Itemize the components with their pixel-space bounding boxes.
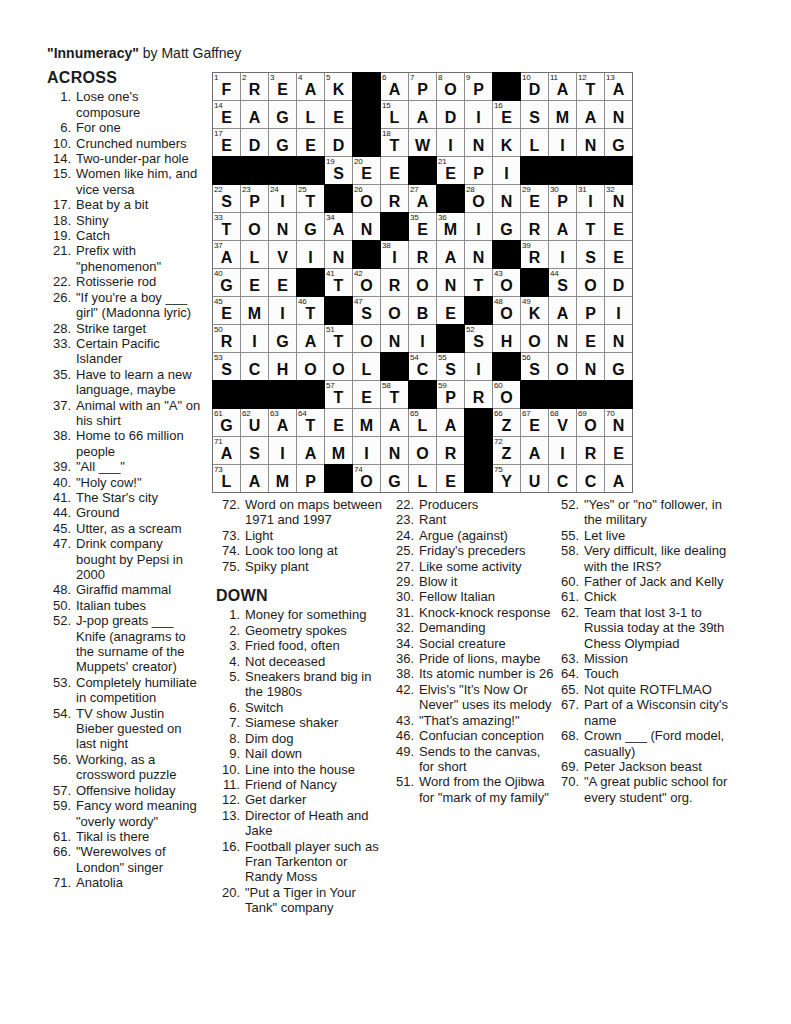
cell-letter: T: [577, 219, 604, 240]
clue-text: Confucian conception: [419, 728, 558, 743]
clue-item: 45.Utter, as a scream: [47, 521, 205, 536]
clue-text: Director of Heath and Jake: [245, 808, 388, 839]
grid-cell: U: [521, 465, 548, 492]
grid-cell: 58T: [381, 381, 408, 408]
clue-item: 28.Strike target: [47, 321, 205, 336]
grid-cell: A: [437, 241, 464, 268]
clue-item: 16.Football player such as Fran Tarkento…: [216, 839, 388, 885]
clue-text: "A great public school for every student…: [584, 774, 735, 805]
cell-letter: A: [577, 107, 604, 128]
cell-letter: O: [409, 443, 436, 464]
clue-item: 64.Touch: [555, 666, 735, 681]
clue-item: 57.Offensive holiday: [47, 783, 205, 798]
cell-letter: G: [297, 219, 324, 240]
clue-number: 34.: [390, 636, 419, 651]
clue-text: Giraffid mammal: [76, 582, 205, 597]
clue-text: Home to 66 million people: [76, 428, 205, 459]
grid-cell: 66Z: [493, 409, 520, 436]
clue-text: Not deceased: [245, 654, 388, 669]
clue-item: 25.Friday's preceders: [390, 543, 558, 558]
clue-text: "If you're a boy ___ girl" (Madonna lyri…: [76, 290, 205, 321]
clue-number: 67.: [555, 697, 584, 712]
cell-letter: V: [549, 415, 576, 436]
clue-item: 59.Fancy word meaning "overly wordy": [47, 798, 205, 829]
cell-letter: N: [269, 219, 296, 240]
clue-item: 60.Father of Jack and Kelly: [555, 574, 735, 589]
grid-cell: C: [241, 353, 268, 380]
grid-cell: I: [465, 213, 492, 240]
grid-cell: 3E: [269, 73, 296, 100]
grid-cell: 7P: [409, 73, 436, 100]
grid-cell: I: [353, 437, 380, 464]
grid-cell: A: [241, 465, 268, 492]
cell-letter: R: [381, 275, 408, 296]
clue-item: 9.Nail down: [216, 746, 388, 761]
grid-cell: G: [605, 353, 632, 380]
cell-letter: L: [353, 359, 380, 380]
grid-cell-black: [437, 325, 464, 352]
cell-letter: O: [297, 359, 324, 380]
clue-number: 38.: [390, 666, 419, 681]
cell-letter: S: [521, 107, 548, 128]
cell-letter: M: [437, 219, 464, 240]
clue-text: Prefix with "phenomenon": [76, 243, 205, 274]
clue-number: 4.: [216, 654, 245, 669]
grid-cell: L: [297, 101, 324, 128]
grid-cell-black: [381, 213, 408, 240]
clue-number: 14.: [47, 151, 76, 166]
clue-text: Line into the house: [245, 762, 388, 777]
cell-letter: P: [577, 303, 604, 324]
grid-cell-black: [465, 409, 492, 436]
clue-item: 5.Sneakers brand big in the 1980s: [216, 669, 388, 700]
grid-cell: N: [381, 437, 408, 464]
grid-cell-black: [353, 101, 380, 128]
grid-cell: 26O: [353, 185, 380, 212]
cell-letter: O: [465, 191, 492, 212]
grid-cell: 42O: [353, 269, 380, 296]
grid-cell: P: [465, 157, 492, 184]
cell-letter: G: [493, 219, 520, 240]
clue-number: 17.: [47, 197, 76, 212]
grid-cell: E: [353, 381, 380, 408]
clue-text: Certain Pacific Islander: [76, 336, 205, 367]
cell-letter: U: [521, 471, 548, 492]
cell-letter: E: [521, 191, 548, 212]
cell-letter: A: [605, 79, 632, 100]
grid-cell: 24I: [269, 185, 296, 212]
cell-letter: S: [465, 331, 492, 352]
clue-item: 6.For one: [47, 120, 205, 135]
grid-cell: I: [297, 241, 324, 268]
grid-cell: 14E: [213, 101, 240, 128]
grid-cell: I: [465, 101, 492, 128]
clue-text: Producers: [419, 497, 558, 512]
clue-number: 28.: [47, 321, 76, 336]
cell-letter: R: [381, 191, 408, 212]
clue-item: 58.Very difficult, like dealing with the…: [555, 543, 735, 574]
clue-text: Like some activity: [419, 559, 558, 574]
cell-letter: C: [577, 471, 604, 492]
grid-cell: 63A: [269, 409, 296, 436]
cell-letter: C: [241, 359, 268, 380]
clue-number: 13.: [216, 808, 245, 823]
cell-letter: D: [437, 107, 464, 128]
grid-cell-black: [213, 381, 240, 408]
grid-cell: 59P: [437, 381, 464, 408]
cell-letter: A: [605, 471, 632, 492]
clue-number: 75.: [216, 559, 245, 574]
grid-cell: I: [493, 157, 520, 184]
clue-text: Social creature: [419, 636, 558, 651]
grid-cell: A: [241, 101, 268, 128]
clue-item: 51.Word from the Ojibwa for "mark of my …: [390, 774, 558, 805]
clue-item: 11.Friend of Nancy: [216, 777, 388, 792]
grid-cell: S: [241, 437, 268, 464]
cell-letter: T: [325, 275, 352, 296]
clue-text: Father of Jack and Kelly: [584, 574, 735, 589]
clue-text: "All ___": [76, 459, 205, 474]
cell-letter: R: [521, 247, 548, 268]
cell-letter: M: [353, 415, 380, 436]
cell-letter: D: [241, 135, 268, 156]
clue-item: 3.Fried food, often: [216, 638, 388, 653]
cell-letter: R: [409, 247, 436, 268]
cell-letter: I: [605, 303, 632, 324]
clue-number: 44.: [47, 505, 76, 520]
grid-cell-black: [353, 73, 380, 100]
cell-letter: E: [493, 107, 520, 128]
clue-text: Geometry spokes: [245, 623, 388, 638]
grid-cell: 17E: [213, 129, 240, 156]
clue-number: 48.: [47, 582, 76, 597]
clue-text: Sneakers brand big in the 1980s: [245, 669, 388, 700]
grid-cell: I: [269, 297, 296, 324]
crossword-grid: 1F2R3E4A5K6A7P8O9P10D11A12T13A14EAGLE15L…: [212, 72, 633, 493]
cell-letter: L: [409, 415, 436, 436]
grid-cell: E: [269, 269, 296, 296]
grid-cell: 10D: [521, 73, 548, 100]
clue-number: 36.: [390, 651, 419, 666]
clue-text: TV show Justin Bieber guested on last ni…: [76, 706, 205, 752]
cell-letter: G: [269, 107, 296, 128]
clue-item: 61.Tikal is there: [47, 829, 205, 844]
cell-letter: A: [381, 79, 408, 100]
cell-letter: O: [325, 359, 352, 380]
clue-item: 46.Confucian conception: [390, 728, 558, 743]
clue-text: Get darker: [245, 792, 388, 807]
grid-cell-black: [577, 157, 604, 184]
cell-letter: W: [409, 135, 436, 156]
cell-letter: I: [241, 331, 268, 352]
cell-letter: O: [353, 471, 380, 492]
clue-text: Rotisserie rod: [76, 274, 205, 289]
grid-cell: N: [269, 213, 296, 240]
cell-letter: N: [325, 247, 352, 268]
grid-cell: O: [325, 353, 352, 380]
grid-cell: I: [409, 325, 436, 352]
clue-number: 30.: [390, 589, 419, 604]
grid-cell: N: [577, 353, 604, 380]
grid-cell-black: [521, 157, 548, 184]
cell-letter: T: [465, 275, 492, 296]
cell-letter: Z: [493, 443, 520, 464]
cell-letter: O: [493, 303, 520, 324]
grid-cell: O: [521, 325, 548, 352]
cell-letter: E: [437, 163, 464, 184]
grid-cell: G: [493, 213, 520, 240]
grid-cell: 70N: [605, 409, 632, 436]
grid-cell: 20E: [353, 157, 380, 184]
clue-number: 35.: [47, 367, 76, 382]
clue-item: 66."Werewolves of London" singer: [47, 844, 205, 875]
clue-item: 22.Producers: [390, 497, 558, 512]
clue-item: 70."A great public school for every stud…: [555, 774, 735, 805]
cell-letter: N: [577, 359, 604, 380]
crossword-grid-area: 1F2R3E4A5K6A7P8O9P10D11A12T13A14EAGLE15L…: [212, 72, 633, 493]
grid-cell: 67E: [521, 409, 548, 436]
clue-item: 73.Light: [216, 528, 388, 543]
cell-letter: E: [353, 387, 380, 408]
cell-letter: E: [381, 163, 408, 184]
clue-text: "That's amazing!": [419, 713, 558, 728]
across-clue-list-continued: 72.Word on maps between 1971 and 199773.…: [216, 497, 388, 574]
cell-letter: S: [521, 359, 548, 380]
clue-item: 21.Prefix with "phenomenon": [47, 243, 205, 274]
clue-item: 8.Dim dog: [216, 731, 388, 746]
cell-letter: L: [381, 107, 408, 128]
cell-letter: E: [325, 107, 352, 128]
cell-letter: S: [549, 275, 576, 296]
grid-cell: E: [381, 157, 408, 184]
clue-item: 67.Part of a Wisconsin city's name: [555, 697, 735, 728]
clue-item: 22.Rotisserie rod: [47, 274, 205, 289]
grid-cell-black: [465, 437, 492, 464]
clue-number: 29.: [390, 574, 419, 589]
grid-cell: L: [409, 465, 436, 492]
clue-number: 64.: [555, 666, 584, 681]
cell-letter: N: [381, 331, 408, 352]
clue-number: 1.: [216, 607, 245, 622]
grid-cell-black: [241, 381, 268, 408]
grid-cell-black: [409, 157, 436, 184]
cell-letter: E: [437, 303, 464, 324]
cell-letter: A: [437, 247, 464, 268]
cell-letter: N: [437, 275, 464, 296]
clue-item: 35.Have to learn a new language, maybe: [47, 367, 205, 398]
cell-letter: M: [549, 107, 576, 128]
cell-letter: A: [297, 79, 324, 100]
grid-cell: 37A: [213, 241, 240, 268]
grid-cell: 64T: [297, 409, 324, 436]
clue-number: 7.: [216, 715, 245, 730]
cell-letter: O: [241, 219, 268, 240]
clue-item: 18.Shiny: [47, 213, 205, 228]
clue-text: Mission: [584, 651, 735, 666]
puzzle-byline: by Matt Gaffney: [139, 45, 241, 61]
clue-text: Strike target: [76, 321, 205, 336]
grid-cell-black: [493, 241, 520, 268]
clue-text: Word on maps between 1971 and 1997: [245, 497, 388, 528]
clues-column-2: 72.Word on maps between 1971 and 199773.…: [216, 497, 388, 916]
grid-cell: I: [269, 437, 296, 464]
cell-letter: Z: [493, 415, 520, 436]
grid-cell: 75Y: [493, 465, 520, 492]
clue-number: 49.: [390, 744, 419, 759]
cell-letter: E: [577, 331, 604, 352]
cell-letter: E: [297, 135, 324, 156]
cell-letter: S: [241, 443, 268, 464]
grid-cell: 40G: [213, 269, 240, 296]
cell-letter: S: [213, 191, 240, 212]
clue-number: 37.: [47, 398, 76, 413]
cell-letter: P: [409, 79, 436, 100]
grid-cell: 23P: [241, 185, 268, 212]
clue-number: 27.: [390, 559, 419, 574]
grid-cell: 68V: [549, 409, 576, 436]
clue-item: 24.Argue (against): [390, 528, 558, 543]
clue-item: 55.Let live: [555, 528, 735, 543]
grid-cell-black: [409, 381, 436, 408]
clue-item: 68.Crown ___ (Ford model, casually): [555, 728, 735, 759]
grid-cell: 53S: [213, 353, 240, 380]
grid-cell: I: [549, 129, 576, 156]
grid-cell: E: [437, 297, 464, 324]
cell-letter: I: [465, 219, 492, 240]
puzzle-title: "Innumeracy": [47, 45, 139, 61]
clues-column-3: 22.Producers23.Rant24.Argue (against)25.…: [390, 497, 558, 805]
clue-item: 53.Completely humiliate in competition: [47, 675, 205, 706]
clue-number: 31.: [390, 605, 419, 620]
grid-cell-black: [325, 297, 352, 324]
clue-item: 42.Elvis's "It's Now Or Never" uses its …: [390, 682, 558, 713]
clue-text: "Werewolves of London" singer: [76, 844, 205, 875]
grid-cell: O: [549, 353, 576, 380]
grid-cell-black: [493, 73, 520, 100]
grid-cell: 48O: [493, 297, 520, 324]
grid-cell: G: [269, 101, 296, 128]
down-clue-list-2: 22.Producers23.Rant24.Argue (against)25.…: [390, 497, 558, 805]
grid-cell: 25T: [297, 185, 324, 212]
cell-letter: A: [409, 191, 436, 212]
clue-text: Very difficult, like dealing with the IR…: [584, 543, 735, 574]
grid-cell: N: [353, 213, 380, 240]
grid-cell: A: [605, 465, 632, 492]
clue-text: Women like him, and vice versa: [76, 166, 205, 197]
cell-letter: A: [241, 107, 268, 128]
clue-number: 9.: [216, 746, 245, 761]
clue-number: 26.: [47, 290, 76, 305]
grid-cell: L: [241, 241, 268, 268]
clue-number: 73.: [216, 528, 245, 543]
clue-item: 31.Knock-knock response: [390, 605, 558, 620]
clue-number: 8.: [216, 731, 245, 746]
clue-item: 65.Not quite ROTFLMAO: [555, 682, 735, 697]
grid-cell: I: [437, 129, 464, 156]
cell-letter: I: [549, 247, 576, 268]
clue-number: 12.: [216, 792, 245, 807]
cell-letter: T: [325, 387, 352, 408]
clue-text: Money for something: [245, 607, 388, 622]
clue-item: 74.Look too long at: [216, 543, 388, 558]
clue-text: Completely humiliate in competition: [76, 675, 205, 706]
clue-text: Utter, as a scream: [76, 521, 205, 536]
grid-cell: 28O: [465, 185, 492, 212]
cell-letter: D: [325, 135, 352, 156]
clue-text: Working, as a crossword puzzle: [76, 752, 205, 783]
clue-number: 63.: [555, 651, 584, 666]
grid-cell: 69O: [577, 409, 604, 436]
grid-cell: H: [493, 325, 520, 352]
clue-text: Part of a Wisconsin city's name: [584, 697, 735, 728]
grid-cell: 31I: [577, 185, 604, 212]
clue-text: Fancy word meaning "overly wordy": [76, 798, 205, 829]
cell-letter: D: [521, 79, 548, 100]
grid-cell: 57T: [325, 381, 352, 408]
clue-text: Pride of lions, maybe: [419, 651, 558, 666]
clue-text: Ground: [76, 505, 205, 520]
grid-cell: 8O: [437, 73, 464, 100]
cell-letter: L: [297, 107, 324, 128]
clue-text: Friend of Nancy: [245, 777, 388, 792]
cell-letter: E: [437, 471, 464, 492]
clue-number: 1.: [47, 89, 76, 104]
clue-number: 11.: [216, 777, 245, 792]
grid-cell: 27A: [409, 185, 436, 212]
clue-item: 38.Home to 66 million people: [47, 428, 205, 459]
grid-cell: M: [353, 409, 380, 436]
cell-letter: E: [269, 79, 296, 100]
cell-letter: S: [325, 163, 352, 184]
clue-item: 62.Team that lost 3-1 to Russia today at…: [555, 605, 735, 651]
cell-letter: S: [213, 359, 240, 380]
clue-item: 37.Animal with an "A" on his shirt: [47, 398, 205, 429]
grid-cell: O: [409, 437, 436, 464]
cell-letter: I: [549, 135, 576, 156]
grid-cell: D: [605, 269, 632, 296]
grid-cell: R: [521, 213, 548, 240]
cell-letter: A: [241, 471, 268, 492]
clue-text: Not quite ROTFLMAO: [584, 682, 735, 697]
grid-cell: 65L: [409, 409, 436, 436]
grid-cell: A: [549, 297, 576, 324]
cell-letter: O: [577, 415, 604, 436]
clue-text: Elvis's "It's Now Or Never" uses its mel…: [419, 682, 558, 713]
clue-text: Nail down: [245, 746, 388, 761]
grid-cell: 72Z: [493, 437, 520, 464]
cell-letter: T: [577, 79, 604, 100]
grid-cell: O: [297, 353, 324, 380]
grid-cell: R: [409, 241, 436, 268]
clue-item: 36.Pride of lions, maybe: [390, 651, 558, 666]
grid-cell: S: [521, 101, 548, 128]
clue-item: 75.Spiky plant: [216, 559, 388, 574]
down-clue-list-1: 1.Money for something2.Geometry spokes3.…: [216, 607, 388, 915]
grid-cell: V: [269, 241, 296, 268]
grid-cell: N: [465, 129, 492, 156]
grid-cell-black: [353, 129, 380, 156]
cell-letter: T: [213, 219, 240, 240]
clue-number: 6.: [216, 700, 245, 715]
clue-item: 71.Anatolia: [47, 875, 205, 890]
cell-letter: I: [269, 443, 296, 464]
cell-letter: N: [493, 191, 520, 212]
clue-number: 25.: [390, 543, 419, 558]
grid-cell: G: [269, 325, 296, 352]
grid-cell: A: [381, 409, 408, 436]
cell-letter: E: [213, 135, 240, 156]
clue-text: Beat by a bit: [76, 197, 205, 212]
